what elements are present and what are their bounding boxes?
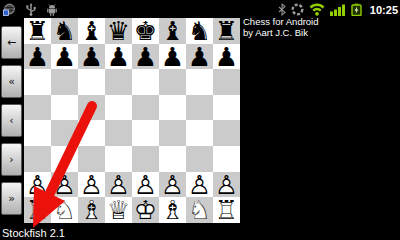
app-title-line1: Chess for Android [243, 16, 319, 27]
white-knight-piece: ♘ [51, 197, 78, 223]
square-g7[interactable]: ♟ [186, 44, 213, 70]
white-rook-piece: ♜ [213, 197, 240, 223]
square-f6[interactable] [159, 69, 186, 95]
square-a8[interactable]: ♜ [24, 18, 51, 44]
white-pawn-piece: ♙ [51, 172, 78, 198]
signal-strength-icon [330, 1, 346, 20]
black-knight-piece: ♞ [51, 18, 78, 44]
chess-board: ♜♞♝♛♚♝♞♜♟♟♟♟♟♟♟♟♟♙♟♙♟♙♟♙♟♙♟♙♟♙♟♙♜♖♞♘♝♗♛♕… [24, 18, 240, 223]
black-bishop-piece: ♝ [78, 18, 105, 44]
square-b2[interactable]: ♟♙ [51, 172, 78, 198]
android-screen: 10:25 ← « ‹ › » ♜♞♝♛♚♝♞♜♟♟♟♟♟♟♟♟♟♙♟♙♟♙♟♙… [0, 0, 400, 240]
black-pawn-piece: ♟ [24, 44, 51, 70]
white-pawn-piece: ♟ [132, 172, 159, 198]
step-back-button[interactable]: ‹ [1, 104, 22, 137]
white-bishop-piece: ♗ [78, 197, 105, 223]
square-c8[interactable]: ♝ [78, 18, 105, 44]
black-pawn-piece: ♟ [159, 44, 186, 70]
square-f1[interactable]: ♝♗ [159, 197, 186, 223]
white-king-piece: ♚ [132, 197, 159, 223]
step-forward-button[interactable]: › [1, 143, 22, 176]
white-pawn-piece: ♟ [78, 172, 105, 198]
black-pawn-piece: ♟ [78, 44, 105, 70]
square-f3[interactable] [159, 146, 186, 172]
square-e8[interactable]: ♚ [132, 18, 159, 44]
square-e7[interactable]: ♟ [132, 44, 159, 70]
square-e4[interactable] [132, 120, 159, 146]
square-c6[interactable] [78, 69, 105, 95]
square-g8[interactable]: ♞ [186, 18, 213, 44]
square-c3[interactable] [78, 146, 105, 172]
black-bishop-piece: ♝ [159, 18, 186, 44]
square-a4[interactable] [24, 120, 51, 146]
white-pawn-piece: ♟ [213, 172, 240, 198]
battery-charging-icon [351, 1, 362, 20]
square-h8[interactable]: ♜ [213, 18, 240, 44]
status-bar: 10:25 [0, 0, 400, 15]
square-c5[interactable] [78, 95, 105, 121]
square-e6[interactable] [132, 69, 159, 95]
square-a6[interactable] [24, 69, 51, 95]
white-bishop-piece: ♝ [78, 197, 105, 223]
black-pawn-piece: ♟ [132, 44, 159, 70]
square-b6[interactable] [51, 69, 78, 95]
white-queen-piece: ♕ [105, 197, 132, 223]
square-f2[interactable]: ♟♙ [159, 172, 186, 198]
black-pawn-piece: ♟ [51, 44, 78, 70]
white-pawn-piece: ♟ [186, 172, 213, 198]
white-knight-piece: ♞ [51, 197, 78, 223]
black-pawn-piece: ♟ [186, 44, 213, 70]
white-pawn-piece: ♟ [51, 172, 78, 198]
square-g3[interactable] [186, 146, 213, 172]
black-king-piece: ♚ [132, 18, 159, 44]
black-pawn-piece: ♟ [105, 44, 132, 70]
white-pawn-piece: ♟ [105, 172, 132, 198]
app-notification-icon [3, 1, 16, 20]
square-d6[interactable] [105, 69, 132, 95]
square-c1[interactable]: ♝♗ [78, 197, 105, 223]
square-e1[interactable]: ♚♔ [132, 197, 159, 223]
square-d2[interactable]: ♟♙ [105, 172, 132, 198]
square-f7[interactable]: ♟ [159, 44, 186, 70]
white-bishop-piece: ♗ [159, 197, 186, 223]
square-h7[interactable]: ♟ [213, 44, 240, 70]
square-a2[interactable]: ♟♙ [24, 172, 51, 198]
square-c4[interactable] [78, 120, 105, 146]
app-title-line2: by Aart J.C. Bik [243, 27, 319, 38]
square-g4[interactable] [186, 120, 213, 146]
app-title: Chess for Android by Aart J.C. Bik [243, 16, 319, 38]
black-pawn-piece: ♟ [213, 44, 240, 70]
white-pawn-piece: ♙ [78, 172, 105, 198]
square-d8[interactable]: ♛ [105, 18, 132, 44]
square-e5[interactable] [132, 95, 159, 121]
square-a1[interactable]: ♜♖ [24, 197, 51, 223]
white-king-piece: ♔ [132, 197, 159, 223]
square-b5[interactable] [51, 95, 78, 121]
white-rook-piece: ♖ [24, 197, 51, 223]
white-pawn-piece: ♙ [186, 172, 213, 198]
square-h5[interactable] [213, 95, 240, 121]
square-h3[interactable] [213, 146, 240, 172]
square-f8[interactable]: ♝ [159, 18, 186, 44]
square-d5[interactable] [105, 95, 132, 121]
square-b7[interactable]: ♟ [51, 44, 78, 70]
square-d7[interactable]: ♟ [105, 44, 132, 70]
white-queen-piece: ♛ [105, 197, 132, 223]
white-knight-piece: ♘ [186, 197, 213, 223]
white-pawn-piece: ♙ [213, 172, 240, 198]
square-a7[interactable]: ♟ [24, 44, 51, 70]
black-rook-piece: ♜ [213, 18, 240, 44]
square-b8[interactable]: ♞ [51, 18, 78, 44]
white-pawn-piece: ♙ [105, 172, 132, 198]
square-g1[interactable]: ♞♘ [186, 197, 213, 223]
square-a3[interactable] [24, 146, 51, 172]
square-d4[interactable] [105, 120, 132, 146]
white-rook-piece: ♜ [24, 197, 51, 223]
white-pawn-piece: ♟ [159, 172, 186, 198]
square-g5[interactable] [186, 95, 213, 121]
square-c2[interactable]: ♟♙ [78, 172, 105, 198]
engine-status-label: Stockfish 2.1 [2, 227, 65, 239]
square-b1[interactable]: ♞♘ [51, 197, 78, 223]
white-rook-piece: ♖ [213, 197, 240, 223]
square-e3[interactable] [132, 146, 159, 172]
square-g2[interactable]: ♟♙ [186, 172, 213, 198]
square-b3[interactable] [51, 146, 78, 172]
square-d3[interactable] [105, 146, 132, 172]
clock: 10:25 [370, 4, 398, 17]
jump-to-end-button[interactable]: » [1, 182, 22, 215]
white-pawn-piece: ♙ [132, 172, 159, 198]
black-rook-piece: ♜ [24, 18, 51, 44]
back-button[interactable]: ← [1, 26, 22, 59]
square-b4[interactable] [51, 120, 78, 146]
white-bishop-piece: ♝ [159, 197, 186, 223]
square-h4[interactable] [213, 120, 240, 146]
square-h1[interactable]: ♜♖ [213, 197, 240, 223]
square-g6[interactable] [186, 69, 213, 95]
white-pawn-piece: ♙ [159, 172, 186, 198]
black-queen-piece: ♛ [105, 18, 132, 44]
square-a5[interactable] [24, 95, 51, 121]
white-pawn-piece: ♟ [24, 172, 51, 198]
square-d1[interactable]: ♛♕ [105, 197, 132, 223]
white-pawn-piece: ♙ [24, 172, 51, 198]
nav-button-column: ← « ‹ › » [1, 26, 23, 221]
square-f4[interactable] [159, 120, 186, 146]
black-knight-piece: ♞ [186, 18, 213, 44]
jump-to-start-button[interactable]: « [1, 65, 22, 98]
square-h2[interactable]: ♟♙ [213, 172, 240, 198]
square-c7[interactable]: ♟ [78, 44, 105, 70]
square-f5[interactable] [159, 95, 186, 121]
square-e2[interactable]: ♟♙ [132, 172, 159, 198]
white-knight-piece: ♞ [186, 197, 213, 223]
square-h6[interactable] [213, 69, 240, 95]
